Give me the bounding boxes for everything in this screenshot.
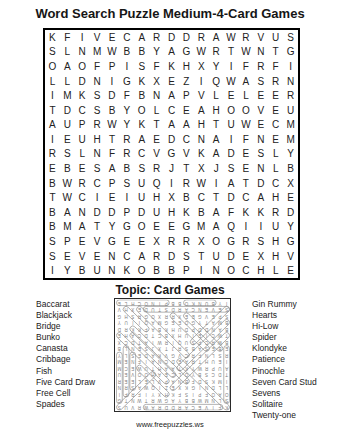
grid-cell[interactable]: N [105,249,120,264]
grid-cell[interactable]: K [164,59,179,74]
grid-cell[interactable]: S [283,30,298,45]
grid-cell[interactable]: W [105,118,120,133]
grid-cell[interactable]: B [105,103,120,118]
grid-cell[interactable]: R [194,30,209,45]
grid-cell[interactable]: E [253,118,268,133]
grid-cell[interactable]: V [283,249,298,264]
grid-cell[interactable]: R [268,74,283,89]
grid-cell[interactable]: W [238,118,253,133]
grid-cell[interactable]: A [209,220,224,235]
grid-cell[interactable]: B [149,263,164,278]
grid-cell[interactable]: I [209,176,224,191]
grid-cell[interactable]: F [105,147,120,162]
grid-cell[interactable]: Y [105,220,120,235]
grid-cell[interactable]: N [253,161,268,176]
grid-cell[interactable]: K [179,205,194,220]
grid-cell[interactable]: F [60,30,75,45]
grid-cell[interactable]: A [194,103,209,118]
grid-cell[interactable]: S [253,74,268,89]
grid-cell[interactable]: C [268,118,283,133]
grid-cell[interactable]: S [179,249,194,264]
grid-cell[interactable]: C [238,190,253,205]
grid-cell[interactable]: A [224,176,239,191]
grid-cell[interactable]: M [60,88,75,103]
grid-cell[interactable]: T [90,220,105,235]
grid-cell[interactable]: M [60,220,75,235]
grid-cell[interactable]: R [119,132,134,147]
grid-cell[interactable]: D [164,30,179,45]
grid-cell[interactable]: A [164,45,179,60]
grid-cell[interactable]: R [209,45,224,60]
grid-cell[interactable]: C [194,190,209,205]
grid-cell[interactable]: N [149,88,164,103]
grid-cell[interactable]: D [90,205,105,220]
grid-cell[interactable]: N [209,263,224,278]
grid-cell[interactable]: K [134,74,149,89]
grid-cell[interactable]: L [45,74,60,89]
grid-cell[interactable]: A [60,205,75,220]
word-list-item: Five Card Draw [36,377,95,388]
grid-cell[interactable]: R [268,205,283,220]
grid-cell[interactable]: B [119,45,134,60]
grid-cell[interactable]: B [75,263,90,278]
grid-cell[interactable]: U [268,220,283,235]
grid-cell[interactable]: P [60,234,75,249]
grid-cell[interactable]: U [75,132,90,147]
grid-cell[interactable]: R [253,59,268,74]
grid-cell[interactable]: E [105,190,120,205]
grid-cell[interactable]: I [194,263,209,278]
grid-cell[interactable]: W [224,30,239,45]
grid-cell[interactable]: I [45,88,60,103]
grid-cell[interactable]: L [209,88,224,103]
grid-cell[interactable]: A [179,118,194,133]
grid-cell[interactable]: I [283,59,298,74]
grid-cell[interactable]: A [164,88,179,103]
grid-cell[interactable]: B [119,161,134,176]
grid-cell[interactable]: C [179,132,194,147]
grid-cell[interactable]: O [209,234,224,249]
grid-cell[interactable]: T [224,45,239,60]
grid-cell[interactable]: F [119,88,134,103]
grid-cell[interactable]: S [90,161,105,176]
grid-cell[interactable]: D [105,88,120,103]
grid-cell[interactable]: K [45,30,60,45]
grid-cell[interactable]: S [253,234,268,249]
grid-cell[interactable]: O [134,263,149,278]
grid-cell[interactable]: L [60,74,75,89]
grid-cell[interactable]: E [224,88,239,103]
grid-cell[interactable]: A [253,190,268,205]
grid-cell[interactable]: E [60,132,75,147]
grid-cell[interactable]: R [119,147,134,162]
grid-cell[interactable]: G [119,74,134,89]
grid-cell[interactable]: X [149,74,164,89]
grid-cell[interactable]: I [45,263,60,278]
grid-cell[interactable]: D [224,147,239,162]
grid-cell[interactable]: A [209,205,224,220]
grid-cell[interactable]: A [209,30,224,45]
grid-cell[interactable]: P [179,88,194,103]
solution-capsule [116,352,122,403]
grid-cell[interactable]: G [179,220,194,235]
grid-cell[interactable]: B [179,190,194,205]
grid-cell[interactable]: O [224,263,239,278]
grid-cell[interactable]: F [90,59,105,74]
grid-cell[interactable]: E [60,249,75,264]
grid-cell[interactable]: Z [179,74,194,89]
grid-cell[interactable]: A [164,118,179,133]
grid-cell[interactable]: D [224,249,239,264]
grid-cell[interactable]: Y [283,147,298,162]
grid-cell[interactable]: K [75,88,90,103]
grid-cell[interactable]: E [45,161,60,176]
grid-cell[interactable]: E [75,234,90,249]
grid-cell[interactable]: A [75,220,90,235]
grid-cell[interactable]: U [134,176,149,191]
grid-cell[interactable]: C [164,103,179,118]
grid-cell[interactable]: N [75,205,90,220]
grid-cell[interactable]: L [268,147,283,162]
grid-cell[interactable]: B [283,161,298,176]
grid-cell[interactable]: T [209,118,224,133]
grid-cell[interactable]: Y [119,103,134,118]
grid-cell[interactable]: X [194,59,209,74]
grid-cell[interactable]: C [134,147,149,162]
grid-cell[interactable]: W [224,74,239,89]
grid-cell[interactable]: T [194,249,209,264]
grid-cell[interactable]: F [238,132,253,147]
grid-cell[interactable]: I [119,59,134,74]
grid-cell[interactable]: R [75,176,90,191]
grid-cell[interactable]: Q [224,220,239,235]
grid-cell[interactable]: V [75,249,90,264]
grid-cell[interactable]: K [194,147,209,162]
grid-cell[interactable]: X [164,190,179,205]
grid-cell[interactable]: E [179,103,194,118]
grid-cell[interactable]: Y [149,45,164,60]
grid-cell[interactable]: W [105,45,120,60]
grid-cell[interactable]: Y [119,118,134,133]
grid-cell[interactable]: U [209,249,224,264]
grid-cell[interactable]: E [238,147,253,162]
grid-cell[interactable]: V [179,147,194,162]
grid-cell[interactable]: W [60,176,75,191]
grid-cell[interactable]: O [75,59,90,74]
grid-cell[interactable]: Q [149,176,164,191]
grid-cell[interactable]: E [268,88,283,103]
grid-cell[interactable]: I [45,132,60,147]
grid-cell[interactable]: V [90,30,105,45]
grid-cell[interactable]: R [164,234,179,249]
grid-cell[interactable]: P [105,59,120,74]
solution-capsule [123,346,129,397]
grid-cell[interactable]: R [149,30,164,45]
grid-cell[interactable]: E [268,132,283,147]
grid-cell[interactable]: V [253,30,268,45]
grid-cell[interactable]: B [45,176,60,191]
grid-cell[interactable]: N [194,132,209,147]
grid-cell[interactable]: E [268,103,283,118]
grid-cell[interactable]: N [90,147,105,162]
topic-heading: Topic: Card Games [0,283,340,297]
solution-capsule [135,364,170,398]
grid-cell[interactable]: N [253,132,268,147]
grid-cell[interactable]: B [194,205,209,220]
grid-cell[interactable]: V [253,103,268,118]
grid-cell[interactable]: I [194,74,209,89]
grid-cell[interactable]: W [238,45,253,60]
grid-cell[interactable]: C [90,176,105,191]
grid-cell[interactable]: D [224,190,239,205]
grid-cell[interactable]: C [238,263,253,278]
grid-cell[interactable]: A [134,132,149,147]
grid-cell[interactable]: C [75,190,90,205]
grid-cell[interactable]: T [268,45,283,60]
grid-cell[interactable]: F [238,59,253,74]
grid-cell[interactable]: H [268,190,283,205]
grid-cell[interactable]: A [209,132,224,147]
grid-cell[interactable]: D [75,74,90,89]
grid-cell[interactable]: E [119,234,134,249]
grid-cell[interactable]: X [194,161,209,176]
grid-cell[interactable]: S [134,161,149,176]
grid-cell[interactable]: S [45,249,60,264]
grid-cell[interactable]: A [238,74,253,89]
grid-cell[interactable]: D [105,205,120,220]
grid-cell[interactable]: I [75,30,90,45]
grid-cell[interactable]: P [75,118,90,133]
grid-cell[interactable]: K [134,118,149,133]
grid-cell[interactable]: H [253,263,268,278]
grid-cell[interactable]: I [164,176,179,191]
grid-cell[interactable]: A [60,59,75,74]
grid-cell[interactable]: L [60,45,75,60]
grid-cell[interactable]: R [179,176,194,191]
grid-cell[interactable]: I [224,132,239,147]
grid-cell[interactable]: R [179,234,194,249]
grid-cell[interactable]: S [253,147,268,162]
grid-cell[interactable]: U [134,190,149,205]
grid-cell[interactable]: T [105,132,120,147]
grid-cell[interactable]: G [179,45,194,60]
grid-cell[interactable]: D [134,205,149,220]
grid-cell[interactable]: B [45,205,60,220]
grid-cell[interactable]: I [90,190,105,205]
grid-cell[interactable]: G [164,147,179,162]
grid-cell[interactable]: R [45,147,60,162]
grid-cell[interactable]: C [268,176,283,191]
grid-cell[interactable]: T [238,176,253,191]
grid-cell[interactable]: P [179,263,194,278]
grid-cell[interactable]: F [268,59,283,74]
grid-cell[interactable]: H [209,103,224,118]
grid-cell[interactable]: W [60,190,75,205]
grid-cell[interactable]: I [253,220,268,235]
grid-cell[interactable]: R [283,88,298,103]
grid-cell[interactable]: W [194,176,209,191]
grid-cell[interactable]: V [149,147,164,162]
grid-cell[interactable]: L [238,88,253,103]
grid-cell[interactable]: I [105,74,120,89]
grid-cell[interactable]: D [253,176,268,191]
grid-cell[interactable]: T [45,190,60,205]
grid-cell[interactable]: M [283,118,298,133]
grid-cell[interactable]: O [224,103,239,118]
grid-cell[interactable]: O [238,103,253,118]
grid-cell[interactable]: K [238,205,253,220]
grid-cell[interactable]: S [45,234,60,249]
grid-cell[interactable]: E [238,249,253,264]
grid-cell[interactable]: O [134,220,149,235]
grid-cell[interactable]: E [134,234,149,249]
grid-cell[interactable]: F [224,205,239,220]
grid-cell[interactable]: S [119,176,134,191]
grid-cell[interactable]: H [90,132,105,147]
grid-cell[interactable]: A [45,118,60,133]
grid-cell[interactable]: C [119,249,134,264]
grid-cell[interactable]: U [90,263,105,278]
grid-cell[interactable]: E [283,190,298,205]
grid-cell[interactable]: O [134,103,149,118]
grid-cell[interactable]: R [90,118,105,133]
grid-cell[interactable]: B [45,220,60,235]
grid-cell[interactable]: G [119,220,134,235]
grid-cell[interactable]: X [283,176,298,191]
grid-cell[interactable]: W [194,45,209,60]
grid-cell[interactable]: S [45,45,60,60]
grid-cell[interactable]: U [60,118,75,133]
grid-cell[interactable]: E [149,132,164,147]
grid-cell[interactable]: X [194,234,209,249]
word-list-item: Fish [36,366,95,377]
grid-cell[interactable]: H [268,249,283,264]
grid-cell[interactable]: S [134,59,149,74]
grid-cell[interactable]: S [60,147,75,162]
grid-cell[interactable]: S [90,88,105,103]
grid-cell[interactable]: L [268,161,283,176]
grid-cell[interactable]: H [164,205,179,220]
grid-cell[interactable]: D [179,30,194,45]
grid-cell[interactable]: A [134,249,149,264]
grid-cell[interactable]: D [283,205,298,220]
grid-cell[interactable]: G [224,234,239,249]
grid-cell[interactable]: I [238,220,253,235]
grid-cell[interactable]: Y [283,220,298,235]
grid-cell[interactable]: I [119,190,134,205]
grid-cell[interactable]: A [134,30,149,45]
word-list-item: Solitaire [252,399,317,410]
grid-cell[interactable]: D [164,132,179,147]
grid-cell[interactable]: L [149,103,164,118]
grid-cell[interactable]: H [268,234,283,249]
grid-cell[interactable]: I [224,59,239,74]
grid-cell[interactable]: U [268,30,283,45]
grid-cell[interactable]: X [253,249,268,264]
grid-cell[interactable]: G [283,234,298,249]
grid-cell[interactable]: N [253,45,268,60]
grid-cell[interactable]: R [238,234,253,249]
grid-cell[interactable]: N [75,45,90,60]
grid-cell[interactable]: E [238,161,253,176]
grid-cell[interactable]: C [119,30,134,45]
grid-cell[interactable]: P [105,176,120,191]
grid-cell[interactable]: D [60,103,75,118]
grid-cell[interactable]: A [209,147,224,162]
grid-cell[interactable]: M [90,45,105,60]
grid-cell[interactable]: J [164,161,179,176]
grid-cell[interactable]: E [164,74,179,89]
grid-cell[interactable]: R [238,30,253,45]
grid-cell[interactable]: N [105,263,120,278]
grid-cell[interactable]: E [90,249,105,264]
grid-cell[interactable]: A [105,161,120,176]
grid-cell[interactable]: B [164,263,179,278]
grid-cell[interactable]: T [45,103,60,118]
grid-cell[interactable]: F [149,59,164,74]
grid-cell[interactable]: K [119,263,134,278]
grid-cell[interactable]: S [224,161,239,176]
grid-cell[interactable]: E [149,220,164,235]
grid-cell[interactable]: B [60,161,75,176]
grid-cell[interactable]: V [90,234,105,249]
grid-cell[interactable]: B [134,88,149,103]
grid-cell[interactable]: T [179,161,194,176]
grid-cell[interactable]: Y [60,263,75,278]
grid-cell[interactable]: O [45,59,60,74]
grid-cell[interactable]: H [179,59,194,74]
grid-cell[interactable]: S [90,103,105,118]
grid-cell[interactable]: Q [209,74,224,89]
solution-capsule [143,404,223,410]
grid-cell[interactable]: N [90,74,105,89]
grid-cell[interactable]: R [149,249,164,264]
page-title: Word Search Puzzle Medium-4-Card Games [0,6,340,21]
grid-cell[interactable]: H [149,190,164,205]
grid-cell[interactable]: U [224,118,239,133]
grid-cell[interactable]: P [119,205,134,220]
grid-cell[interactable]: L [268,263,283,278]
grid-cell[interactable]: E [283,263,298,278]
grid-cell[interactable]: U [283,103,298,118]
grid-cell[interactable]: U [149,205,164,220]
grid-cell[interactable]: K [253,205,268,220]
grid-cell[interactable]: M [194,220,209,235]
grid-cell[interactable]: X [149,234,164,249]
grid-cell[interactable]: L [75,147,90,162]
grid-cell[interactable]: B [134,45,149,60]
grid-cell[interactable]: M [283,132,298,147]
grid-cell[interactable]: E [253,88,268,103]
grid-cell[interactable]: D [164,249,179,264]
grid-cell[interactable]: E [164,220,179,235]
grid-cell[interactable]: T [209,190,224,205]
grid-cell[interactable]: E [105,30,120,45]
grid-cell[interactable]: E [75,161,90,176]
word-list-item: Spider [252,332,317,343]
grid-cell[interactable]: R [149,161,164,176]
grid-cell[interactable]: G [105,234,120,249]
word-list-item: Blackjack [36,310,95,321]
grid-cell[interactable]: G [283,45,298,60]
grid-cell[interactable]: V [194,88,209,103]
grid-cell[interactable]: H [194,118,209,133]
grid-cell[interactable]: Y [209,59,224,74]
grid-cell[interactable]: N [283,74,298,89]
grid-cell[interactable]: J [209,161,224,176]
grid-cell[interactable]: T [149,118,164,133]
grid-cell[interactable]: C [75,103,90,118]
